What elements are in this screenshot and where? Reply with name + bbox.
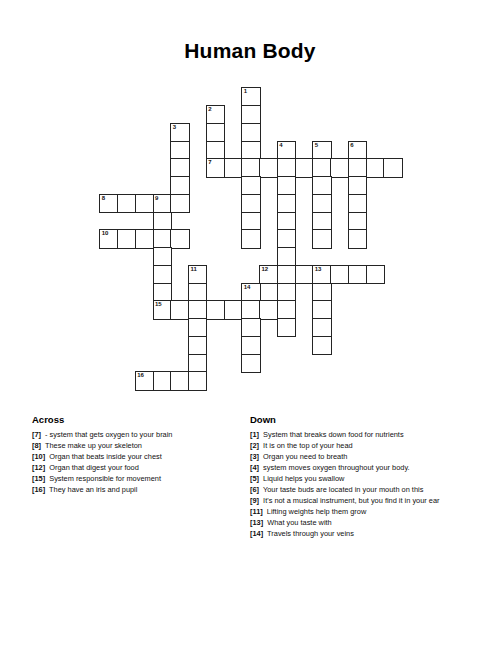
grid-cell-r11c3[interactable] (153, 283, 172, 302)
grid-cell-r8c0[interactable]: 10 (99, 229, 118, 248)
clue-number-6: 6 (350, 142, 353, 149)
grid-cell-r3c14[interactable]: 6 (348, 141, 367, 160)
grid-cell-r11c12[interactable] (312, 283, 331, 302)
clue-label: [3] (250, 452, 259, 461)
clue-number-11: 11 (191, 266, 197, 273)
clue-number-7: 7 (208, 159, 211, 166)
down-clue-2: [2] It is on the top of your head (250, 440, 496, 451)
grid-cell-r3c12[interactable]: 5 (312, 141, 331, 160)
down-clue-6: [6] Your taste buds are located in your … (250, 484, 496, 495)
clue-label: [1] (250, 430, 259, 439)
clue-label: [12] (32, 463, 45, 472)
grid-cell-r12c9[interactable] (259, 300, 278, 319)
grid-cell-r7c14[interactable] (348, 212, 367, 231)
across-clue-8: [8] These make up your skeleton (32, 440, 246, 451)
clue-text: System responsible for movement (49, 474, 161, 483)
grid-cell-r14c8[interactable] (241, 336, 260, 355)
grid-cell-r5c8[interactable] (241, 176, 260, 195)
clue-label: [10] (32, 452, 45, 461)
grid-cell-r13c5[interactable] (188, 318, 207, 337)
page-title: Human Body (0, 39, 500, 63)
across-heading: Across (32, 414, 246, 425)
clue-text: Lifting weights help them grow (267, 507, 366, 516)
grid-cell-r14c12[interactable] (312, 336, 331, 355)
grid-cell-r10c10[interactable] (277, 265, 296, 284)
grid-cell-r3c4[interactable] (170, 141, 189, 160)
grid-cell-r5c12[interactable] (312, 176, 331, 195)
clue-label: [8] (32, 441, 41, 450)
grid-cell-r8c1[interactable] (117, 229, 136, 248)
grid-cell-r16c3[interactable] (153, 371, 172, 390)
grid-cell-r6c14[interactable] (348, 194, 367, 213)
grid-cell-r6c4[interactable] (170, 194, 189, 213)
clue-number-3: 3 (173, 124, 176, 131)
grid-cell-r8c10[interactable] (277, 229, 296, 248)
clue-label: [2] (250, 441, 259, 450)
grid-cell-r8c8[interactable] (241, 229, 260, 248)
down-clue-14: [14] Travels through your veins (250, 528, 496, 539)
clue-label: [4] (250, 463, 259, 472)
grid-cell-r8c4[interactable] (170, 229, 189, 248)
down-clue-1: [1] System that breaks down food for nut… (250, 429, 496, 440)
grid-cell-r4c16[interactable] (383, 158, 402, 177)
grid-cell-r10c5[interactable]: 11 (188, 265, 207, 284)
grid-cell-r4c8[interactable] (241, 158, 260, 177)
clue-label: [5] (250, 474, 259, 483)
clue-label: [15] (32, 474, 45, 483)
grid-cell-r0c8[interactable]: 1 (241, 87, 260, 106)
grid-cell-r9c10[interactable] (277, 247, 296, 266)
grid-cell-r5c4[interactable] (170, 176, 189, 195)
grid-cell-r2c6[interactable] (206, 123, 225, 142)
grid-cell-r4c4[interactable] (170, 158, 189, 177)
down-clue-5: [5] Liquid helps you swallow (250, 473, 496, 484)
clue-text: Travels through your veins (267, 529, 354, 538)
clue-label: [6] (250, 485, 259, 494)
grid-cell-r10c14[interactable] (348, 265, 367, 284)
clue-text: Liquid helps you swallow (263, 474, 344, 483)
grid-cell-r2c4[interactable]: 3 (170, 123, 189, 142)
grid-cell-r8c14[interactable] (348, 229, 367, 248)
clue-text: System that breaks down food for nutrien… (263, 430, 404, 439)
clue-text: - system that gets oxygen to your brain (45, 430, 172, 439)
grid-cell-r16c4[interactable] (170, 371, 189, 390)
clue-label: [14] (250, 529, 263, 538)
grid-cell-r6c8[interactable] (241, 194, 260, 213)
grid-cell-r7c10[interactable] (277, 212, 296, 231)
grid-cell-r12c4[interactable] (170, 300, 189, 319)
grid-cell-r13c10[interactable] (277, 318, 296, 337)
grid-cell-r1c6[interactable]: 2 (206, 105, 225, 124)
clue-label: [11] (250, 507, 263, 516)
clue-text: These make up your skeleton (45, 441, 142, 450)
grid-cell-r4c12[interactable] (312, 158, 331, 177)
down-clues-section: Down [1] System that breaks down food fo… (250, 414, 496, 539)
clue-label: [9] (250, 496, 259, 505)
grid-cell-r2c8[interactable] (241, 123, 260, 142)
clue-number-15: 15 (155, 301, 162, 308)
grid-cell-r4c14[interactable] (348, 158, 367, 177)
clue-number-10: 10 (102, 230, 109, 237)
grid-cell-r4c9[interactable] (259, 158, 278, 177)
grid-cell-r10c15[interactable] (366, 265, 385, 284)
grid-cell-r13c8[interactable] (241, 318, 260, 337)
grid-cell-r12c3[interactable]: 15 (153, 300, 172, 319)
grid-cell-r8c2[interactable] (135, 229, 154, 248)
across-clue-list: [7] - system that gets oxygen to your br… (32, 429, 246, 495)
grid-cell-r12c10[interactable] (277, 300, 296, 319)
clue-text: Organ you need to breath (263, 452, 347, 461)
grid-cell-r12c5[interactable] (188, 300, 207, 319)
grid-cell-r4c11[interactable] (295, 158, 314, 177)
grid-cell-r6c2[interactable] (135, 194, 154, 213)
grid-cell-r14c5[interactable] (188, 336, 207, 355)
grid-cell-r3c6[interactable] (206, 141, 225, 160)
clue-text: Organ that digest your food (49, 463, 139, 472)
clue-text: It is on the top of your head (263, 441, 353, 450)
clue-number-16: 16 (137, 372, 144, 379)
grid-cell-r7c3[interactable] (153, 212, 172, 231)
grid-cell-r11c10[interactable] (277, 283, 296, 302)
grid-cell-r4c10[interactable] (277, 158, 296, 177)
grid-cell-r10c9[interactable]: 12 (259, 265, 278, 284)
grid-cell-r8c3[interactable] (153, 229, 172, 248)
grid-cell-r15c8[interactable] (241, 354, 260, 373)
clue-text: Your taste buds are located in your mout… (263, 485, 423, 494)
grid-cell-r9c3[interactable] (153, 247, 172, 266)
grid-cell-r6c12[interactable] (312, 194, 331, 213)
across-clue-10: [10] Organ that beats inside your chest (32, 451, 246, 462)
across-clue-16: [16] They have an iris and pupil (32, 484, 246, 495)
clue-label: [16] (32, 485, 45, 494)
grid-cell-r3c8[interactable] (241, 141, 260, 160)
clue-number-9: 9 (155, 195, 158, 202)
clue-text: What you taste with (267, 518, 332, 527)
grid-cell-r4c13[interactable] (330, 158, 349, 177)
grid-cell-r10c3[interactable] (153, 265, 172, 284)
clue-text: system moves oxygen throughout your body… (263, 463, 410, 472)
clue-number-13: 13 (315, 266, 322, 273)
clue-text: It's not a musical instrument, but you f… (263, 496, 439, 505)
clue-text: They have an iris and pupil (49, 485, 137, 494)
grid-cell-r1c8[interactable] (241, 105, 260, 124)
clue-number-5: 5 (315, 142, 318, 149)
down-clue-11: [11] Lifting weights help them grow (250, 506, 496, 517)
clue-number-12: 12 (262, 266, 269, 273)
clue-number-8: 8 (102, 195, 105, 202)
grid-cell-r6c1[interactable] (117, 194, 136, 213)
clue-number-2: 2 (208, 106, 211, 113)
clue-number-14: 14 (244, 284, 251, 291)
grid-cell-r8c12[interactable] (312, 229, 331, 248)
across-clues-section: Across [7] - system that gets oxygen to … (32, 414, 246, 495)
grid-cell-r12c12[interactable] (312, 300, 331, 319)
grid-cell-r4c15[interactable] (366, 158, 385, 177)
down-clue-9: [9] It's not a musical instrument, but y… (250, 495, 496, 506)
clue-number-1: 1 (244, 88, 247, 95)
grid-cell-r12c7[interactable] (224, 300, 243, 319)
grid-cell-r4c6[interactable]: 7 (206, 158, 225, 177)
grid-cell-r6c3[interactable]: 9 (153, 194, 172, 213)
grid-cell-r16c5[interactable] (188, 371, 207, 390)
across-clue-15: [15] System responsible for movement (32, 473, 246, 484)
grid-cell-r13c12[interactable] (312, 318, 331, 337)
crossword-grid: 12345678910111213141516 (100, 88, 402, 390)
down-clue-4: [4] system moves oxygen throughout your … (250, 462, 496, 473)
clue-text: Organ that beats inside your chest (49, 452, 162, 461)
grid-cell-r7c12[interactable] (312, 212, 331, 231)
grid-cell-r10c12[interactable]: 13 (312, 265, 331, 284)
down-clue-3: [3] Organ you need to breath (250, 451, 496, 462)
across-clue-7: [7] - system that gets oxygen to your br… (32, 429, 246, 440)
clue-number-4: 4 (279, 142, 282, 149)
down-heading: Down (250, 414, 496, 425)
grid-cell-r16c2[interactable]: 16 (135, 371, 154, 390)
grid-cell-r4c7[interactable] (224, 158, 243, 177)
grid-cell-r3c10[interactable]: 4 (277, 141, 296, 160)
grid-cell-r10c11[interactable] (295, 265, 314, 284)
grid-cell-r5c14[interactable] (348, 176, 367, 195)
grid-cell-r12c6[interactable] (206, 300, 225, 319)
grid-cell-r7c8[interactable] (241, 212, 260, 231)
grid-cell-r11c5[interactable] (188, 283, 207, 302)
across-clue-12: [12] Organ that digest your food (32, 462, 246, 473)
grid-cell-r11c8[interactable]: 14 (241, 283, 260, 302)
grid-cell-r6c10[interactable] (277, 194, 296, 213)
clue-label: [7] (32, 430, 41, 439)
clue-label: [13] (250, 518, 263, 527)
down-clue-list: [1] System that breaks down food for nut… (250, 429, 496, 539)
grid-cell-r12c8[interactable] (241, 300, 260, 319)
grid-cell-r15c5[interactable] (188, 354, 207, 373)
grid-cell-r6c0[interactable]: 8 (99, 194, 118, 213)
grid-cell-r5c10[interactable] (277, 176, 296, 195)
down-clue-13: [13] What you taste with (250, 517, 496, 528)
grid-cell-r10c13[interactable] (330, 265, 349, 284)
